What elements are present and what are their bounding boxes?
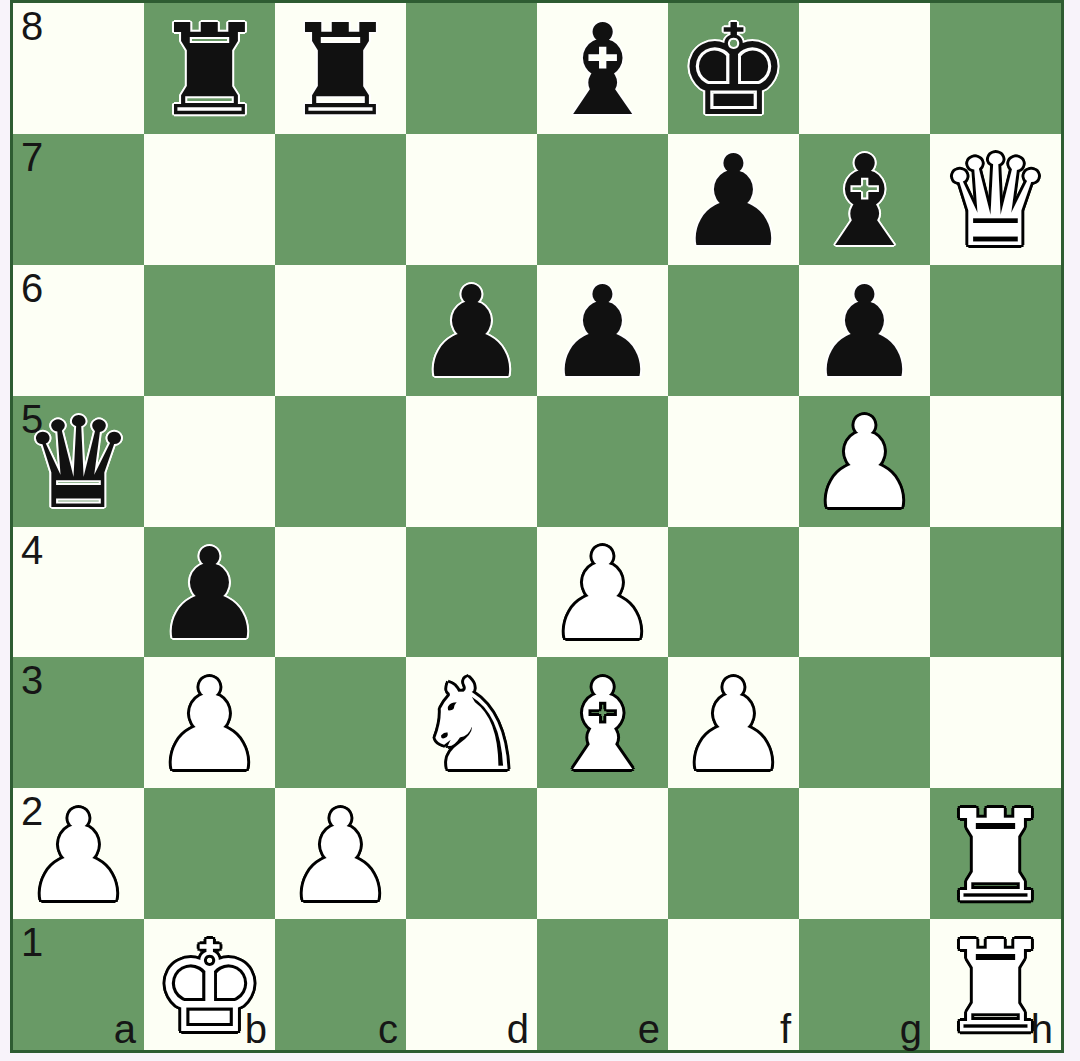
square-c5[interactable] xyxy=(275,396,406,527)
square-d4[interactable] xyxy=(406,527,537,658)
square-d8[interactable] xyxy=(406,3,537,134)
piece-black-pawn-icon[interactable]: ♟ xyxy=(415,270,528,396)
square-b2[interactable] xyxy=(144,788,275,919)
piece-white-pawn-icon[interactable]: ♟ xyxy=(546,532,659,658)
piece-white-pawn-icon[interactable]: ♟ xyxy=(677,663,790,789)
square-e5[interactable] xyxy=(537,396,668,527)
square-a4[interactable]: 4 xyxy=(13,527,144,658)
square-b7[interactable] xyxy=(144,134,275,265)
square-f7[interactable]: ♟ xyxy=(668,134,799,265)
square-e8[interactable]: ♝ xyxy=(537,3,668,134)
rank-label-6: 6 xyxy=(21,268,43,308)
square-a6[interactable]: 6 xyxy=(13,265,144,396)
file-label-a: a xyxy=(114,1009,136,1049)
chess-app-page: { "game": "chess", "position": { "fen": … xyxy=(0,0,1080,1061)
square-h5[interactable] xyxy=(930,396,1061,527)
square-b6[interactable] xyxy=(144,265,275,396)
piece-black-rook-icon[interactable]: ♜ xyxy=(153,8,266,134)
piece-black-queen-icon[interactable]: ♛ xyxy=(22,401,135,527)
square-a5[interactable]: 5♛ xyxy=(13,396,144,527)
square-b4[interactable]: ♟ xyxy=(144,527,275,658)
square-g8[interactable] xyxy=(799,3,930,134)
square-a1[interactable]: 1a xyxy=(13,919,144,1050)
square-c1[interactable]: c xyxy=(275,919,406,1050)
square-a2[interactable]: 2♟ xyxy=(13,788,144,919)
square-a3[interactable]: 3 xyxy=(13,657,144,788)
piece-white-pawn-icon[interactable]: ♟ xyxy=(153,663,266,789)
square-g3[interactable] xyxy=(799,657,930,788)
square-g2[interactable] xyxy=(799,788,930,919)
square-f1[interactable]: f xyxy=(668,919,799,1050)
piece-black-king-icon[interactable]: ♚ xyxy=(677,8,790,134)
square-c3[interactable] xyxy=(275,657,406,788)
square-d1[interactable]: d xyxy=(406,919,537,1050)
file-label-g: g xyxy=(900,1009,922,1049)
piece-black-pawn-icon[interactable]: ♟ xyxy=(808,270,921,396)
square-a8[interactable]: 8 xyxy=(13,3,144,134)
square-a7[interactable]: 7 xyxy=(13,134,144,265)
square-g7[interactable]: ♝ xyxy=(799,134,930,265)
piece-white-king-icon[interactable]: ♚ xyxy=(153,925,266,1051)
rank-label-7: 7 xyxy=(21,137,43,177)
square-b3[interactable]: ♟ xyxy=(144,657,275,788)
square-c6[interactable] xyxy=(275,265,406,396)
file-label-e: e xyxy=(638,1009,660,1049)
square-h6[interactable] xyxy=(930,265,1061,396)
square-c7[interactable] xyxy=(275,134,406,265)
piece-black-rook-icon[interactable]: ♜ xyxy=(284,8,397,134)
square-h2[interactable]: ♜ xyxy=(930,788,1061,919)
square-h3[interactable] xyxy=(930,657,1061,788)
square-d6[interactable]: ♟ xyxy=(406,265,537,396)
piece-white-queen-icon[interactable]: ♛ xyxy=(939,139,1052,265)
file-label-f: f xyxy=(780,1009,791,1049)
square-b5[interactable] xyxy=(144,396,275,527)
square-b8[interactable]: ♜ xyxy=(144,3,275,134)
piece-white-pawn-icon[interactable]: ♟ xyxy=(22,794,135,920)
square-c2[interactable]: ♟ xyxy=(275,788,406,919)
square-b1[interactable]: b♚ xyxy=(144,919,275,1050)
square-e4[interactable]: ♟ xyxy=(537,527,668,658)
file-label-c: c xyxy=(378,1009,398,1049)
square-d2[interactable] xyxy=(406,788,537,919)
square-g1[interactable]: g xyxy=(799,919,930,1050)
square-f6[interactable] xyxy=(668,265,799,396)
square-f2[interactable] xyxy=(668,788,799,919)
square-e1[interactable]: e xyxy=(537,919,668,1050)
piece-black-bishop-icon[interactable]: ♝ xyxy=(808,139,921,265)
piece-white-rook-icon[interactable]: ♜ xyxy=(939,925,1052,1051)
square-e3[interactable]: ♝ xyxy=(537,657,668,788)
square-e2[interactable] xyxy=(537,788,668,919)
square-f5[interactable] xyxy=(668,396,799,527)
piece-white-pawn-icon[interactable]: ♟ xyxy=(808,401,921,527)
piece-white-knight-icon[interactable]: ♞ xyxy=(415,663,528,789)
piece-white-bishop-icon[interactable]: ♝ xyxy=(546,663,659,789)
square-h7[interactable]: ♛ xyxy=(930,134,1061,265)
square-c4[interactable] xyxy=(275,527,406,658)
piece-black-bishop-icon[interactable]: ♝ xyxy=(546,8,659,134)
square-h1[interactable]: h♜ xyxy=(930,919,1061,1050)
square-h8[interactable] xyxy=(930,3,1061,134)
rank-label-3: 3 xyxy=(21,660,43,700)
square-g4[interactable] xyxy=(799,527,930,658)
square-f8[interactable]: ♚ xyxy=(668,3,799,134)
square-e6[interactable]: ♟ xyxy=(537,265,668,396)
rank-label-8: 8 xyxy=(21,6,43,46)
piece-white-rook-icon[interactable]: ♜ xyxy=(939,794,1052,920)
square-e7[interactable] xyxy=(537,134,668,265)
square-f3[interactable]: ♟ xyxy=(668,657,799,788)
file-label-d: d xyxy=(507,1009,529,1049)
square-h4[interactable] xyxy=(930,527,1061,658)
square-d5[interactable] xyxy=(406,396,537,527)
square-d3[interactable]: ♞ xyxy=(406,657,537,788)
square-f4[interactable] xyxy=(668,527,799,658)
square-g6[interactable]: ♟ xyxy=(799,265,930,396)
piece-black-pawn-icon[interactable]: ♟ xyxy=(153,532,266,658)
piece-black-pawn-icon[interactable]: ♟ xyxy=(677,139,790,265)
piece-black-pawn-icon[interactable]: ♟ xyxy=(546,270,659,396)
chess-board: 8♜♜♝♚7♟♝♛6♟♟♟5♛♟4♟♟3♟♞♝♟2♟♟♜1ab♚cdefgh♜ xyxy=(10,0,1064,1053)
square-c8[interactable]: ♜ xyxy=(275,3,406,134)
square-g5[interactable]: ♟ xyxy=(799,396,930,527)
piece-white-pawn-icon[interactable]: ♟ xyxy=(284,794,397,920)
square-d7[interactable] xyxy=(406,134,537,265)
